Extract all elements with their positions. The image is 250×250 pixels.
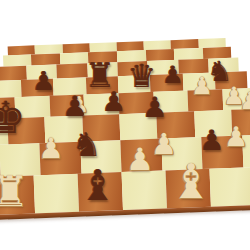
white-pawn[interactable]: ♟ — [224, 123, 248, 150]
black-pawn[interactable]: ♟ — [162, 63, 184, 87]
white-pawn[interactable]: ♟ — [191, 74, 213, 98]
black-pawn[interactable]: ♟ — [32, 68, 55, 94]
square-c6[interactable] — [57, 63, 88, 78]
black-bishop[interactable]: ♝ — [79, 165, 117, 207]
chess-photo-frame: ♟♜♛♟♞♚♟♟♟♟♟♟♟♟♞♟♟♟♟♜♝♝ — [0, 0, 250, 250]
white-bishop[interactable]: ♝ — [169, 157, 212, 205]
square-a6[interactable] — [0, 66, 27, 81]
black-pawn[interactable]: ♟ — [62, 93, 87, 121]
black-knight[interactable]: ♞ — [72, 128, 102, 161]
white-pawn[interactable]: ♟ — [239, 89, 250, 113]
black-pawn[interactable]: ♟ — [142, 94, 167, 122]
square-c1[interactable] — [33, 174, 79, 214]
black-queen[interactable]: ♛ — [128, 60, 157, 92]
black-pawn[interactable]: ♟ — [102, 88, 126, 115]
black-pawn[interactable]: ♟ — [199, 127, 224, 155]
white-rook[interactable]: ♜ — [0, 171, 29, 213]
white-pawn[interactable]: ♟ — [126, 144, 154, 175]
white-pawn[interactable]: ♟ — [38, 135, 63, 163]
square-g1[interactable] — [210, 167, 250, 207]
black-king[interactable]: ♚ — [0, 96, 26, 140]
